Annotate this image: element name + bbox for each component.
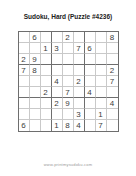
- sudoku-cell-r6c2: [30, 87, 41, 98]
- sudoku-cell-r7c6: [74, 98, 85, 109]
- sudoku-cell-r6c9: [107, 87, 118, 98]
- sudoku-cell-r8c9: [107, 109, 118, 120]
- sudoku-cell-r3c4: [52, 54, 63, 65]
- sudoku-cell-r8c7: [85, 109, 96, 120]
- sudoku-cell-r7c8: [96, 98, 107, 109]
- sudoku-cell-r7c9: 4: [107, 98, 118, 109]
- sudoku-cell-r5c4: 4: [52, 76, 63, 87]
- sudoku-cell-r4c6: [74, 65, 85, 76]
- sudoku-cell-r9c6: 4: [74, 120, 85, 131]
- sudoku-cell-r4c9: 2: [107, 65, 118, 76]
- sudoku-cell-r8c1: [19, 109, 30, 120]
- sudoku-cell-r3c2: 9: [30, 54, 41, 65]
- sudoku-page: Sudoku, Hard (Puzzle #4236) 628137629782…: [0, 0, 136, 176]
- sudoku-cell-r8c2: [30, 109, 41, 120]
- sudoku-cell-r9c3: [41, 120, 52, 131]
- sudoku-cell-r2c8: [96, 43, 107, 54]
- puzzle-title: Sudoku, Hard (Puzzle #4236): [0, 0, 136, 20]
- sudoku-cell-r1c2: 6: [30, 32, 41, 43]
- sudoku-cell-r3c7: [85, 54, 96, 65]
- sudoku-cell-r6c8: [96, 87, 107, 98]
- sudoku-cell-r3c8: [96, 54, 107, 65]
- sudoku-cell-r1c1: [19, 32, 30, 43]
- sudoku-cell-r8c4: [52, 109, 63, 120]
- footer-url: www.printmysudoku.com: [0, 162, 136, 167]
- sudoku-grid: 6281376297824272742943161847: [18, 31, 119, 132]
- sudoku-cell-r9c7: [85, 120, 96, 131]
- sudoku-cell-r3c5: [63, 54, 74, 65]
- sudoku-cell-r2c9: [107, 43, 118, 54]
- sudoku-cell-r5c1: [19, 76, 30, 87]
- sudoku-cell-r5c3: [41, 76, 52, 87]
- sudoku-cell-r2c7: 6: [85, 43, 96, 54]
- sudoku-cell-r3c9: [107, 54, 118, 65]
- sudoku-cell-r1c5: 2: [63, 32, 74, 43]
- sudoku-cell-r5c7: [85, 76, 96, 87]
- sudoku-cell-r8c3: [41, 109, 52, 120]
- sudoku-cell-r9c4: 1: [52, 120, 63, 131]
- sudoku-cell-r7c5: 9: [63, 98, 74, 109]
- sudoku-cell-r4c3: [41, 65, 52, 76]
- sudoku-cell-r7c3: [41, 98, 52, 109]
- sudoku-cell-r5c2: [30, 76, 41, 87]
- sudoku-cell-r3c1: 2: [19, 54, 30, 65]
- sudoku-cell-r8c8: 1: [96, 109, 107, 120]
- sudoku-cell-r9c2: [30, 120, 41, 131]
- sudoku-cell-r6c6: [74, 87, 85, 98]
- sudoku-cell-r1c6: [74, 32, 85, 43]
- sudoku-cell-r3c3: [41, 54, 52, 65]
- sudoku-cell-r2c4: 3: [52, 43, 63, 54]
- sudoku-cell-r2c3: 1: [41, 43, 52, 54]
- sudoku-cell-r8c5: [63, 109, 74, 120]
- sudoku-cell-r6c5: 7: [63, 87, 74, 98]
- sudoku-cell-r6c1: [19, 87, 30, 98]
- sudoku-cell-r4c1: 7: [19, 65, 30, 76]
- sudoku-cell-r9c8: 7: [96, 120, 107, 131]
- sudoku-cell-r4c2: 8: [30, 65, 41, 76]
- sudoku-cell-r5c9: 7: [107, 76, 118, 87]
- sudoku-cell-r4c5: [63, 65, 74, 76]
- sudoku-cell-r8c6: 3: [74, 109, 85, 120]
- sudoku-cell-r1c4: [52, 32, 63, 43]
- sudoku-cell-r9c5: 8: [63, 120, 74, 131]
- sudoku-cell-r1c9: 8: [107, 32, 118, 43]
- sudoku-cell-r2c2: [30, 43, 41, 54]
- sudoku-cell-r4c8: [96, 65, 107, 76]
- sudoku-cell-r5c5: [63, 76, 74, 87]
- sudoku-cell-r4c4: [52, 65, 63, 76]
- sudoku-cell-r1c8: [96, 32, 107, 43]
- sudoku-cell-r6c3: 2: [41, 87, 52, 98]
- sudoku-cell-r5c8: [96, 76, 107, 87]
- sudoku-cell-r3c6: [74, 54, 85, 65]
- sudoku-cell-r2c1: [19, 43, 30, 54]
- sudoku-cell-r2c5: [63, 43, 74, 54]
- sudoku-cell-r9c1: 6: [19, 120, 30, 131]
- sudoku-cell-r1c3: [41, 32, 52, 43]
- sudoku-cell-r7c7: [85, 98, 96, 109]
- sudoku-cell-r1c7: [85, 32, 96, 43]
- sudoku-cell-r7c2: [30, 98, 41, 109]
- sudoku-cell-r6c7: 4: [85, 87, 96, 98]
- sudoku-cell-r4c7: [85, 65, 96, 76]
- sudoku-cell-r7c4: 2: [52, 98, 63, 109]
- sudoku-cell-r6c4: [52, 87, 63, 98]
- sudoku-cell-r7c1: [19, 98, 30, 109]
- sudoku-cell-r5c6: 2: [74, 76, 85, 87]
- sudoku-cell-r9c9: [107, 120, 118, 131]
- sudoku-cell-r2c6: 7: [74, 43, 85, 54]
